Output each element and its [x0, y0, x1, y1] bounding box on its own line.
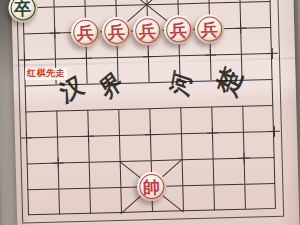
position-marker: [144, 129, 155, 140]
board-cell: [27, 189, 59, 216]
piece-glyph: 卒: [8, 0, 38, 23]
position-marker: [52, 157, 63, 168]
position-marker: [238, 152, 249, 163]
piece-glyph: 兵: [70, 18, 100, 48]
position-marker: [268, 125, 279, 136]
red-moves-first-label: 红棋先走: [25, 68, 67, 80]
piece-black-soldier[interactable]: 卒: [8, 0, 38, 22]
board-cell: [213, 184, 245, 211]
board-cell: [244, 183, 276, 210]
position-marker: [142, 51, 153, 62]
piece-glyph: 帥: [136, 172, 166, 202]
position-marker: [49, 27, 60, 38]
piece-glyph: 兵: [163, 15, 193, 45]
piece-glyph: 兵: [101, 17, 131, 47]
position-marker: [204, 49, 215, 60]
piece-red-soldier[interactable]: 兵: [132, 15, 162, 45]
board-cell: [182, 185, 214, 212]
xiangqi-board: 汉界河楚卒兵兵兵兵兵帥: [10, 0, 299, 225]
position-marker: [82, 130, 93, 141]
piece-red-soldier[interactable]: 兵: [194, 14, 224, 44]
board-cell: [89, 187, 121, 214]
position-marker: [206, 127, 217, 138]
piece-red-soldier[interactable]: 兵: [70, 17, 100, 47]
position-marker: [18, 54, 29, 65]
board-cell: [58, 188, 90, 215]
photo-background: 汉界河楚卒兵兵兵兵兵帥 红棋先走: [0, 0, 300, 225]
piece-red-general[interactable]: 帥: [136, 171, 166, 201]
position-marker: [20, 132, 31, 143]
board-cell: [25, 85, 57, 112]
position-marker: [235, 22, 246, 33]
position-marker: [266, 47, 277, 58]
position-marker: [80, 52, 91, 63]
board-cell: [182, 159, 214, 186]
board-cell: [89, 161, 121, 188]
piece-red-soldier[interactable]: 兵: [101, 16, 131, 46]
piece-glyph: 兵: [132, 16, 162, 46]
piece-glyph: 兵: [194, 15, 224, 45]
piece-red-soldier[interactable]: 兵: [163, 14, 193, 44]
